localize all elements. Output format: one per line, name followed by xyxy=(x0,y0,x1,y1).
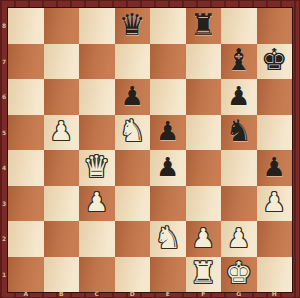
square-e3[interactable] xyxy=(150,186,186,222)
square-h3[interactable]: ♟ xyxy=(257,186,293,222)
piece-black-knight[interactable]: ♞ xyxy=(225,116,252,146)
square-c5[interactable] xyxy=(79,115,115,151)
chess-board-frame: ♛♜♝♚♟♟♟♞♟♞♛♟♟♟♟♞♟♟♜♚ 87654321ABCDEFGH xyxy=(0,0,300,298)
square-h8[interactable] xyxy=(257,8,293,44)
piece-black-pawn[interactable]: ♟ xyxy=(263,154,286,180)
square-a5[interactable] xyxy=(8,115,44,151)
square-b2[interactable] xyxy=(44,221,80,257)
file-label-D: D xyxy=(115,290,151,298)
square-b5[interactable]: ♟ xyxy=(44,115,80,151)
file-label-A: A xyxy=(8,290,44,298)
square-h7[interactable]: ♚ xyxy=(257,44,293,80)
square-d4[interactable] xyxy=(115,150,151,186)
square-d3[interactable] xyxy=(115,186,151,222)
square-e8[interactable] xyxy=(150,8,186,44)
rank-label-1: 1 xyxy=(0,271,8,278)
piece-white-rook[interactable]: ♜ xyxy=(190,258,217,288)
square-f1[interactable]: ♜ xyxy=(186,257,222,293)
square-f6[interactable] xyxy=(186,79,222,115)
square-a8[interactable] xyxy=(8,8,44,44)
square-f7[interactable] xyxy=(186,44,222,80)
piece-black-king[interactable]: ♚ xyxy=(261,45,288,75)
square-b8[interactable] xyxy=(44,8,80,44)
file-label-F: F xyxy=(186,290,222,298)
file-label-B: B xyxy=(44,290,80,298)
square-e4[interactable]: ♟ xyxy=(150,150,186,186)
square-h6[interactable] xyxy=(257,79,293,115)
square-d8[interactable]: ♛ xyxy=(115,8,151,44)
piece-white-pawn[interactable]: ♟ xyxy=(263,189,286,215)
square-c3[interactable]: ♟ xyxy=(79,186,115,222)
square-b7[interactable] xyxy=(44,44,80,80)
piece-white-pawn[interactable]: ♟ xyxy=(50,118,73,144)
square-a4[interactable] xyxy=(8,150,44,186)
square-b1[interactable] xyxy=(44,257,80,293)
file-label-C: C xyxy=(79,290,115,298)
square-c6[interactable] xyxy=(79,79,115,115)
square-g3[interactable] xyxy=(221,186,257,222)
file-label-G: G xyxy=(221,290,257,298)
piece-white-queen[interactable]: ♛ xyxy=(83,152,110,182)
piece-white-pawn[interactable]: ♟ xyxy=(227,225,250,251)
square-f3[interactable] xyxy=(186,186,222,222)
rank-label-5: 5 xyxy=(0,129,8,136)
square-f5[interactable] xyxy=(186,115,222,151)
file-label-H: H xyxy=(257,290,293,298)
square-d6[interactable]: ♟ xyxy=(115,79,151,115)
square-c7[interactable] xyxy=(79,44,115,80)
chess-board: ♛♜♝♚♟♟♟♞♟♞♛♟♟♟♟♞♟♟♜♚ xyxy=(8,8,292,292)
file-label-E: E xyxy=(150,290,186,298)
square-d2[interactable] xyxy=(115,221,151,257)
square-f4[interactable] xyxy=(186,150,222,186)
square-g2[interactable]: ♟ xyxy=(221,221,257,257)
square-g7[interactable]: ♝ xyxy=(221,44,257,80)
piece-white-pawn[interactable]: ♟ xyxy=(192,225,215,251)
piece-black-queen[interactable]: ♛ xyxy=(119,10,146,40)
piece-black-pawn[interactable]: ♟ xyxy=(156,154,179,180)
square-b6[interactable] xyxy=(44,79,80,115)
square-b3[interactable] xyxy=(44,186,80,222)
rank-label-7: 7 xyxy=(0,58,8,65)
square-e1[interactable] xyxy=(150,257,186,293)
square-g4[interactable] xyxy=(221,150,257,186)
square-a6[interactable] xyxy=(8,79,44,115)
square-e2[interactable]: ♞ xyxy=(150,221,186,257)
rank-label-6: 6 xyxy=(0,93,8,100)
square-h4[interactable]: ♟ xyxy=(257,150,293,186)
square-d5[interactable]: ♞ xyxy=(115,115,151,151)
square-h1[interactable] xyxy=(257,257,293,293)
square-a2[interactable] xyxy=(8,221,44,257)
square-g1[interactable]: ♚ xyxy=(221,257,257,293)
rank-label-4: 4 xyxy=(0,164,8,171)
piece-white-pawn[interactable]: ♟ xyxy=(85,189,108,215)
square-a7[interactable] xyxy=(8,44,44,80)
square-e7[interactable] xyxy=(150,44,186,80)
square-g5[interactable]: ♞ xyxy=(221,115,257,151)
square-d7[interactable] xyxy=(115,44,151,80)
square-c2[interactable] xyxy=(79,221,115,257)
square-a1[interactable] xyxy=(8,257,44,293)
square-f2[interactable]: ♟ xyxy=(186,221,222,257)
rank-label-3: 3 xyxy=(0,200,8,207)
square-c4[interactable]: ♛ xyxy=(79,150,115,186)
square-d1[interactable] xyxy=(115,257,151,293)
piece-white-knight[interactable]: ♞ xyxy=(119,116,146,146)
piece-black-bishop[interactable]: ♝ xyxy=(225,45,252,75)
square-e6[interactable] xyxy=(150,79,186,115)
square-c8[interactable] xyxy=(79,8,115,44)
piece-black-pawn[interactable]: ♟ xyxy=(156,118,179,144)
square-h2[interactable] xyxy=(257,221,293,257)
rank-label-2: 2 xyxy=(0,235,8,242)
square-f8[interactable]: ♜ xyxy=(186,8,222,44)
square-a3[interactable] xyxy=(8,186,44,222)
piece-white-knight[interactable]: ♞ xyxy=(154,223,181,253)
piece-black-rook[interactable]: ♜ xyxy=(190,10,217,40)
square-h5[interactable] xyxy=(257,115,293,151)
square-g6[interactable]: ♟ xyxy=(221,79,257,115)
rank-label-8: 8 xyxy=(0,22,8,29)
piece-black-pawn[interactable]: ♟ xyxy=(121,83,144,109)
square-g8[interactable] xyxy=(221,8,257,44)
piece-black-pawn[interactable]: ♟ xyxy=(227,83,250,109)
piece-white-king[interactable]: ♚ xyxy=(225,258,252,288)
square-e5[interactable]: ♟ xyxy=(150,115,186,151)
square-c1[interactable] xyxy=(79,257,115,293)
square-b4[interactable] xyxy=(44,150,80,186)
